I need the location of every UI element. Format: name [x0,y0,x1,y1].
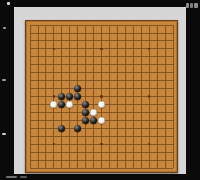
board-cell[interactable] [50,108,58,116]
board-cell[interactable] [66,29,74,37]
board-cell[interactable] [145,29,153,37]
board-cell[interactable] [26,29,34,37]
board-cell[interactable] [66,53,74,61]
board-cell[interactable] [161,45,169,53]
board-cell[interactable] [113,21,121,29]
board-cell[interactable] [121,69,129,77]
board-cell[interactable] [113,156,121,164]
board-cell[interactable] [42,21,50,29]
board-cell[interactable] [137,140,145,148]
board-cell[interactable] [90,21,98,29]
board-cell[interactable] [145,53,153,61]
board-cell[interactable] [121,53,129,61]
board-cell[interactable] [169,37,177,45]
board-cell[interactable] [42,45,50,53]
board-cell[interactable] [161,148,169,156]
board-cell[interactable] [82,164,90,172]
board-cell[interactable] [153,116,161,124]
board-cell[interactable] [137,61,145,69]
board-cell[interactable] [26,85,34,93]
board-cell[interactable] [129,37,137,45]
board-cell[interactable] [129,93,137,101]
board-cell[interactable] [105,108,113,116]
board-cell[interactable] [153,140,161,148]
board-cell[interactable] [153,164,161,172]
board-cell[interactable] [169,108,177,116]
board-cell[interactable] [161,37,169,45]
board-cell[interactable] [50,140,58,148]
board-cell[interactable] [137,69,145,77]
board-cell[interactable] [34,148,42,156]
board-cell[interactable] [58,61,66,69]
board-cell[interactable] [90,108,98,116]
board-cell[interactable] [137,45,145,53]
board-cell[interactable] [50,29,58,37]
board-cell[interactable] [42,61,50,69]
board-cell[interactable] [34,140,42,148]
board-cell[interactable] [161,156,169,164]
board-cell[interactable] [113,116,121,124]
board-cell[interactable] [82,93,90,101]
board-cell[interactable] [129,148,137,156]
board-cell[interactable] [74,116,82,124]
board-cell[interactable] [58,116,66,124]
board-cell[interactable] [113,37,121,45]
board-cell[interactable] [161,93,169,101]
board-cell[interactable] [145,132,153,140]
board-cell[interactable] [74,45,82,53]
board-cell[interactable] [66,37,74,45]
board-cell[interactable] [34,45,42,53]
board-cell[interactable] [113,45,121,53]
board-cell[interactable] [90,37,98,45]
board-cell[interactable] [113,124,121,132]
board-cell[interactable] [129,45,137,53]
board-cell[interactable] [50,45,58,53]
board-cell[interactable] [50,37,58,45]
board-cell[interactable] [42,93,50,101]
board-cell[interactable] [105,140,113,148]
board-cell[interactable] [137,156,145,164]
board-cell[interactable] [26,77,34,85]
board-cell[interactable] [66,61,74,69]
board-cell[interactable] [26,21,34,29]
board-cell[interactable] [74,100,82,108]
board-cell[interactable] [121,21,129,29]
board-cell[interactable] [42,85,50,93]
board-cell[interactable] [90,156,98,164]
board-cell[interactable] [129,53,137,61]
board-cell[interactable] [90,61,98,69]
board-cell[interactable] [121,45,129,53]
board-cell[interactable] [26,37,34,45]
board-cell[interactable] [137,93,145,101]
board-cell[interactable] [98,61,106,69]
board-cell[interactable] [169,45,177,53]
board-cell[interactable] [90,69,98,77]
board-cell[interactable] [169,140,177,148]
board-cell[interactable] [74,164,82,172]
board-cell[interactable] [153,69,161,77]
board-cell[interactable] [145,93,153,101]
board-cell[interactable] [42,116,50,124]
board-cell[interactable] [98,140,106,148]
board-cell[interactable] [137,53,145,61]
board-cell[interactable] [121,124,129,132]
board-cell[interactable] [153,21,161,29]
board-cell[interactable] [105,69,113,77]
board-cell[interactable] [26,164,34,172]
board-cell[interactable] [66,93,74,101]
board-cell[interactable] [129,29,137,37]
board-cell[interactable] [129,132,137,140]
board-cell[interactable] [42,53,50,61]
board-cell[interactable] [58,156,66,164]
board-cell[interactable] [58,37,66,45]
board-cell[interactable] [121,93,129,101]
board-cell[interactable] [82,61,90,69]
board-cell[interactable] [105,45,113,53]
board-cell[interactable] [90,132,98,140]
board-cell[interactable] [161,116,169,124]
board-cell[interactable] [58,140,66,148]
board-cell[interactable] [66,164,74,172]
board-cell[interactable] [145,116,153,124]
board-cell[interactable] [121,156,129,164]
board-cell[interactable] [34,85,42,93]
board-cell[interactable] [90,148,98,156]
board-cell[interactable] [137,100,145,108]
board-cell[interactable] [129,85,137,93]
board-cell[interactable] [58,53,66,61]
board-cell[interactable] [105,77,113,85]
board-cell[interactable] [34,29,42,37]
board-cell[interactable] [98,164,106,172]
board-cell[interactable] [145,45,153,53]
board-cell[interactable] [50,53,58,61]
board-cell[interactable] [98,132,106,140]
board-cell[interactable] [161,140,169,148]
board-cell[interactable] [66,85,74,93]
board-cell[interactable] [50,77,58,85]
board-cell[interactable] [137,148,145,156]
board-cell[interactable] [129,61,137,69]
board-cell[interactable] [82,108,90,116]
board-cell[interactable] [58,164,66,172]
board-cell[interactable] [105,116,113,124]
board-cell[interactable] [105,132,113,140]
board-cell[interactable] [74,69,82,77]
board-cell[interactable] [98,37,106,45]
board-cell[interactable] [98,148,106,156]
board-cell[interactable] [50,156,58,164]
board-cell[interactable] [34,21,42,29]
board-cell[interactable] [90,100,98,108]
board-cell[interactable] [105,85,113,93]
board-cell[interactable] [121,61,129,69]
board-cell[interactable] [161,77,169,85]
board-cell[interactable] [129,100,137,108]
board-cell[interactable] [98,156,106,164]
board-cell[interactable] [42,108,50,116]
board-cell[interactable] [74,77,82,85]
board-cell[interactable] [129,164,137,172]
board-cell[interactable] [82,132,90,140]
board-cell[interactable] [105,124,113,132]
board-cell[interactable] [169,93,177,101]
board-cell[interactable] [26,140,34,148]
board-cell[interactable] [113,85,121,93]
board-cell[interactable] [66,132,74,140]
board-cell[interactable] [121,132,129,140]
board-cell[interactable] [50,93,58,101]
board-cell[interactable] [74,148,82,156]
board-cell[interactable] [82,116,90,124]
board-cell[interactable] [34,77,42,85]
board-cell[interactable] [153,53,161,61]
board-cell[interactable] [145,156,153,164]
board-cell[interactable] [121,108,129,116]
board-cell[interactable] [66,148,74,156]
board-cell[interactable] [34,156,42,164]
board-cell[interactable] [66,124,74,132]
board-cell[interactable] [82,85,90,93]
board-cell[interactable] [82,124,90,132]
board-cell[interactable] [137,164,145,172]
board-cell[interactable] [121,29,129,37]
board-cell[interactable] [161,100,169,108]
board-cell[interactable] [58,100,66,108]
board-cell[interactable] [153,132,161,140]
board-cell[interactable] [153,77,161,85]
board-cell[interactable] [121,140,129,148]
board-cell[interactable] [98,53,106,61]
board-cell[interactable] [98,21,106,29]
board-cell[interactable] [58,85,66,93]
board-cell[interactable] [161,29,169,37]
board-cell[interactable] [161,164,169,172]
board-cell[interactable] [145,100,153,108]
board-cell[interactable] [153,61,161,69]
board-cell[interactable] [121,77,129,85]
board-cell[interactable] [42,164,50,172]
board-cell[interactable] [34,93,42,101]
board-cell[interactable] [98,85,106,93]
board-cell[interactable] [113,53,121,61]
board-cell[interactable] [26,100,34,108]
board-cell[interactable] [161,69,169,77]
board-cell[interactable] [66,100,74,108]
board-cell[interactable] [153,156,161,164]
board-cell[interactable] [169,85,177,93]
board-cell[interactable] [90,29,98,37]
board-cell[interactable] [169,100,177,108]
board-cell[interactable] [145,77,153,85]
board-cell[interactable] [26,132,34,140]
board-cell[interactable] [153,93,161,101]
board-cell[interactable] [161,85,169,93]
board-cell[interactable] [169,148,177,156]
board-cell[interactable] [137,116,145,124]
board-cell[interactable] [74,132,82,140]
board-cell[interactable] [66,116,74,124]
board-cell[interactable] [98,108,106,116]
board-cell[interactable] [74,29,82,37]
board-cell[interactable] [105,148,113,156]
board-cell[interactable] [129,124,137,132]
board-cell[interactable] [90,124,98,132]
board-cell[interactable] [50,148,58,156]
board-cell[interactable] [74,108,82,116]
board-cell[interactable] [74,85,82,93]
board-cell[interactable] [137,77,145,85]
board-cell[interactable] [58,69,66,77]
board-cell[interactable] [113,77,121,85]
board-cell[interactable] [169,77,177,85]
board-cell[interactable] [105,53,113,61]
board-cell[interactable] [42,77,50,85]
board-cell[interactable] [26,45,34,53]
board-cell[interactable] [105,164,113,172]
board-cell[interactable] [145,108,153,116]
board-cell[interactable] [113,29,121,37]
board-cell[interactable] [66,21,74,29]
board-cell[interactable] [82,69,90,77]
board-cell[interactable] [105,21,113,29]
board-cell[interactable] [26,61,34,69]
board-cell[interactable] [137,108,145,116]
board-cell[interactable] [121,100,129,108]
board-cell[interactable] [50,116,58,124]
board-cell[interactable] [129,116,137,124]
board-cell[interactable] [129,77,137,85]
board-cell[interactable] [42,124,50,132]
board-cell[interactable] [113,61,121,69]
board-cell[interactable] [105,93,113,101]
board-cell[interactable] [58,148,66,156]
board-cell[interactable] [153,124,161,132]
board-cell[interactable] [153,45,161,53]
board-cell[interactable] [145,85,153,93]
board-cell[interactable] [66,108,74,116]
board-cell[interactable] [113,93,121,101]
board-cell[interactable] [169,164,177,172]
board-cell[interactable] [121,116,129,124]
board-cell[interactable] [90,116,98,124]
board-cell[interactable] [90,45,98,53]
board-cell[interactable] [74,37,82,45]
board-cell[interactable] [50,61,58,69]
board-cell[interactable] [137,132,145,140]
board-cell[interactable] [34,116,42,124]
board-cell[interactable] [105,29,113,37]
board-cell[interactable] [161,124,169,132]
board-cell[interactable] [90,77,98,85]
board-cell[interactable] [58,124,66,132]
board-cell[interactable] [113,148,121,156]
board-cell[interactable] [34,124,42,132]
board-cell[interactable] [161,108,169,116]
board-cell[interactable] [161,53,169,61]
board-cell[interactable] [26,116,34,124]
board-cell[interactable] [50,69,58,77]
board-cell[interactable] [90,53,98,61]
board-cell[interactable] [129,156,137,164]
board-cell[interactable] [26,53,34,61]
board-cell[interactable] [26,108,34,116]
board-cell[interactable] [74,61,82,69]
board-cell[interactable] [98,69,106,77]
board-cell[interactable] [113,108,121,116]
board-cell[interactable] [66,69,74,77]
board-cell[interactable] [82,148,90,156]
board-cell[interactable] [42,37,50,45]
board-cell[interactable] [90,164,98,172]
board-cell[interactable] [66,77,74,85]
board-cell[interactable] [34,69,42,77]
board-cell[interactable] [82,21,90,29]
board-cell[interactable] [26,156,34,164]
board-cell[interactable] [113,100,121,108]
board-cell[interactable] [82,53,90,61]
board-cell[interactable] [58,29,66,37]
board-cell[interactable] [74,21,82,29]
board-cell[interactable] [26,124,34,132]
board-cell[interactable] [105,37,113,45]
board-cell[interactable] [169,69,177,77]
board-cell[interactable] [82,140,90,148]
board-cell[interactable] [42,156,50,164]
board-cell[interactable] [105,100,113,108]
board-cell[interactable] [50,132,58,140]
board-cell[interactable] [34,132,42,140]
board-cell[interactable] [145,21,153,29]
board-cell[interactable] [90,93,98,101]
board-cell[interactable] [42,140,50,148]
board-cell[interactable] [98,124,106,132]
board-cell[interactable] [145,148,153,156]
board-cell[interactable] [66,45,74,53]
board-cell[interactable] [58,108,66,116]
board-cell[interactable] [153,100,161,108]
board-cell[interactable] [153,148,161,156]
board-cell[interactable] [98,29,106,37]
board-cell[interactable] [105,156,113,164]
board-cell[interactable] [145,140,153,148]
board-cell[interactable] [161,21,169,29]
board-cell[interactable] [34,108,42,116]
board-cell[interactable] [98,100,106,108]
board-cell[interactable] [50,124,58,132]
board-cell[interactable] [161,61,169,69]
board-cell[interactable] [137,85,145,93]
board-cell[interactable] [169,124,177,132]
board-cell[interactable] [90,140,98,148]
board-cell[interactable] [121,85,129,93]
board-cell[interactable] [169,116,177,124]
board-cell[interactable] [74,93,82,101]
board-cell[interactable] [129,69,137,77]
board-cell[interactable] [42,132,50,140]
board-cell[interactable] [137,21,145,29]
board-cell[interactable] [98,45,106,53]
board-cell[interactable] [82,37,90,45]
board-cell[interactable] [58,45,66,53]
board-cell[interactable] [153,29,161,37]
board-cell[interactable] [145,69,153,77]
board-cell[interactable] [34,164,42,172]
board-cell[interactable] [153,37,161,45]
